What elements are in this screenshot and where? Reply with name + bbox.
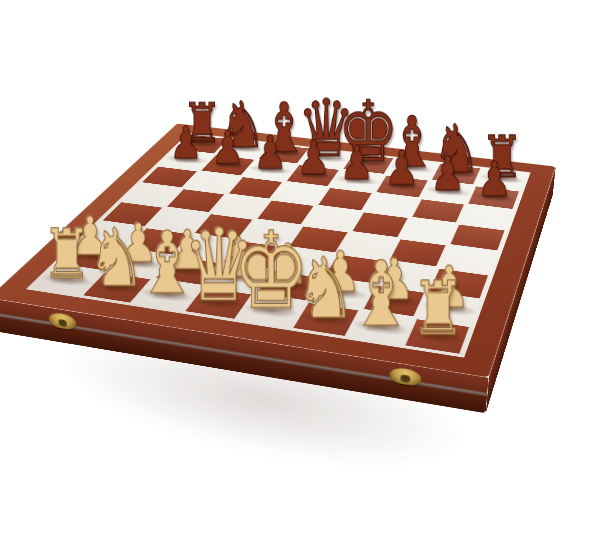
dark-pawn-glyph: ♟ [439,155,550,203]
scene: ♜♞♝♛♚♝♞♜♟♟♟♟♟♟♟♟♟♟♟♟♟♟♟♟♜♞♝♛♚♞♝♜ [0,0,600,548]
brass-clasp-1 [48,311,77,330]
light-rook-glyph: ♜ [369,272,506,346]
product-photo: ♜♞♝♛♚♝♞♜♟♟♟♟♟♟♟♟♟♟♟♟♟♟♟♟♜♞♝♛♚♞♝♜ [0,0,600,548]
brass-clasp-2 [390,366,422,387]
chess-box: ♜♞♝♛♚♝♞♜♟♟♟♟♟♟♟♟♟♟♟♟♟♟♟♟♜♞♝♛♚♞♝♜ [0,150,553,413]
